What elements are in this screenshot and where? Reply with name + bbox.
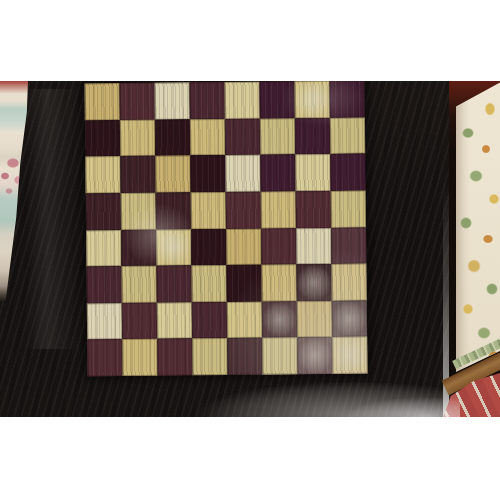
board-square[interactable] <box>329 81 364 118</box>
board-square[interactable] <box>227 301 262 338</box>
board-square[interactable] <box>332 300 367 337</box>
board-square[interactable] <box>191 265 226 302</box>
board-square[interactable] <box>155 156 190 193</box>
board-square[interactable] <box>294 81 329 118</box>
board-square[interactable] <box>192 302 227 339</box>
board-square[interactable] <box>120 156 155 193</box>
board-square[interactable] <box>155 119 190 156</box>
board-square[interactable] <box>191 229 226 266</box>
board-square[interactable] <box>259 81 294 118</box>
board-square[interactable] <box>226 228 261 265</box>
photo-frame <box>0 0 500 500</box>
board-square[interactable] <box>154 82 189 119</box>
chessboard[interactable] <box>84 81 367 376</box>
board-square[interactable] <box>157 302 192 339</box>
board-square[interactable] <box>192 338 227 375</box>
board-square[interactable] <box>331 264 366 301</box>
board-square[interactable] <box>330 117 365 154</box>
board-square[interactable] <box>122 302 157 339</box>
board-square[interactable] <box>121 266 156 303</box>
board-square[interactable] <box>85 120 120 157</box>
board-square[interactable] <box>87 303 122 340</box>
board-square[interactable] <box>190 155 225 192</box>
photograph <box>0 81 500 417</box>
board-square[interactable] <box>86 266 121 303</box>
board-square[interactable] <box>156 229 191 266</box>
board-square[interactable] <box>121 229 156 266</box>
board-square[interactable] <box>121 193 156 230</box>
board-square[interactable] <box>261 191 296 228</box>
board-square[interactable] <box>296 264 331 301</box>
board-square[interactable] <box>225 155 260 192</box>
letterbox-bottom <box>0 417 500 500</box>
board-square[interactable] <box>86 230 121 267</box>
board-square[interactable] <box>331 190 366 227</box>
board-square[interactable] <box>260 118 295 155</box>
board-square[interactable] <box>297 337 332 374</box>
right-floral-fabric <box>456 81 500 381</box>
board-square[interactable] <box>189 82 224 119</box>
board-square[interactable] <box>261 264 296 301</box>
board-square[interactable] <box>122 339 157 376</box>
board-square[interactable] <box>226 265 261 302</box>
board-square[interactable] <box>84 83 119 120</box>
board-square[interactable] <box>262 301 297 338</box>
board-square[interactable] <box>330 154 365 191</box>
letterbox-top <box>0 0 500 81</box>
board-square[interactable] <box>296 227 331 264</box>
board-square[interactable] <box>297 301 332 338</box>
board-square[interactable] <box>332 337 367 374</box>
board-square[interactable] <box>296 191 331 228</box>
board-square[interactable] <box>227 338 262 375</box>
board-square[interactable] <box>156 192 191 229</box>
board-square[interactable] <box>120 119 155 156</box>
board-square[interactable] <box>190 119 225 156</box>
board-square[interactable] <box>295 118 330 155</box>
board-square[interactable] <box>261 228 296 265</box>
board-square[interactable] <box>225 118 260 155</box>
board-square[interactable] <box>119 83 154 120</box>
board-square[interactable] <box>224 82 259 119</box>
table-sheen <box>26 89 80 349</box>
board-square[interactable] <box>191 192 226 229</box>
board-square[interactable] <box>87 339 122 376</box>
board-square[interactable] <box>157 339 192 376</box>
board-square[interactable] <box>260 155 295 192</box>
board-square[interactable] <box>226 192 261 229</box>
board-square[interactable] <box>86 193 121 230</box>
board-square[interactable] <box>85 156 120 193</box>
board-square[interactable] <box>295 154 330 191</box>
board-square[interactable] <box>262 338 297 375</box>
board-square[interactable] <box>156 265 191 302</box>
board-square[interactable] <box>331 227 366 264</box>
